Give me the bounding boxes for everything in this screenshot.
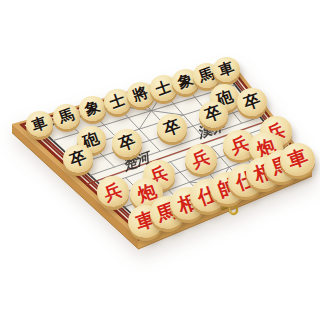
product-photo: 楚河漢界 車馬象士將士象馬車砲砲卒卒卒卒卒兵兵兵兵兵炮炮車馬相仕帥仕相馬車 (0, 0, 320, 320)
xiangqi-board: 楚河漢界 (0, 0, 320, 320)
